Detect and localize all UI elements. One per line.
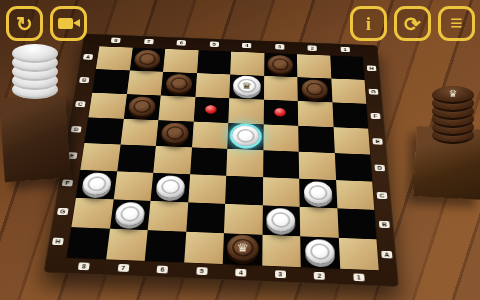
- square-C7[interactable]: [123, 94, 160, 120]
- rank-label: C: [377, 192, 388, 199]
- white-piece[interactable]: [155, 175, 185, 198]
- square-H8[interactable]: [67, 227, 110, 259]
- captured-white-disc: [12, 44, 58, 63]
- white-piece[interactable]: [304, 181, 333, 204]
- dark-piece[interactable]: [268, 55, 293, 74]
- square-F2[interactable]: [299, 179, 337, 209]
- square-C5[interactable]: [193, 97, 229, 123]
- captured-dark-stack: ♛: [432, 86, 474, 144]
- move-target-dot[interactable]: [275, 108, 286, 117]
- rank-label: H: [367, 65, 377, 71]
- crown-icon: ♛: [233, 75, 261, 96]
- dark-piece[interactable]: [165, 74, 192, 94]
- square-D4[interactable]: [227, 123, 263, 150]
- square-A7[interactable]: [129, 48, 165, 72]
- square-C3[interactable]: [263, 100, 298, 126]
- square-E5[interactable]: [190, 147, 228, 175]
- square-G3[interactable]: [262, 205, 300, 236]
- square-D2[interactable]: [298, 126, 334, 153]
- square-H2[interactable]: [300, 236, 340, 268]
- square-B7[interactable]: [126, 70, 163, 95]
- square-D5[interactable]: [192, 122, 229, 149]
- square-C4[interactable]: [228, 98, 263, 124]
- file-label: 2: [308, 45, 317, 51]
- file-label: 8: [111, 37, 121, 43]
- square-G6[interactable]: [148, 201, 188, 232]
- square-B2[interactable]: [297, 77, 332, 102]
- square-B6[interactable]: [161, 72, 197, 97]
- rank-label: A: [83, 54, 93, 60]
- toolbar-left: ↻: [6, 6, 87, 41]
- square-G8[interactable]: [71, 198, 113, 229]
- move-target-dot[interactable]: [205, 105, 217, 114]
- square-C1[interactable]: [332, 102, 368, 128]
- square-D3[interactable]: [263, 124, 299, 151]
- square-G4[interactable]: [224, 204, 262, 235]
- captured-dark-disc: ♛: [432, 86, 474, 104]
- white-captured-stand: [0, 94, 71, 182]
- file-label: 6: [157, 266, 169, 274]
- rank-label: B: [79, 77, 89, 83]
- board-wrapper: 87654321 87654321 ABCDEFGH HGFEDCBA ♛♛: [43, 0, 413, 287]
- selected-white-piece[interactable]: [232, 125, 259, 146]
- restart-icon: ↻: [16, 14, 33, 34]
- rank-label: F: [62, 179, 73, 186]
- square-H5[interactable]: [184, 232, 224, 264]
- square-E8[interactable]: [80, 143, 120, 171]
- square-G1[interactable]: [337, 208, 377, 239]
- rank-label: B: [379, 220, 390, 227]
- rank-label: D: [374, 164, 385, 171]
- square-A2[interactable]: [297, 54, 331, 78]
- game-scene: ↻ i⟳≡ ♛ 87654321 87654321 ABCDEFGH HGFED…: [0, 0, 480, 300]
- file-label: 5: [196, 267, 207, 275]
- white-king[interactable]: ♛: [233, 75, 261, 96]
- file-label: 7: [117, 264, 129, 272]
- square-F1[interactable]: [336, 180, 375, 210]
- captured-white-stack: [12, 44, 58, 99]
- dark-king[interactable]: ♛: [227, 234, 259, 261]
- file-label: 4: [242, 43, 251, 49]
- file-label: 3: [275, 270, 286, 278]
- square-C6[interactable]: [158, 95, 195, 121]
- file-label: 3: [275, 44, 284, 50]
- square-F8[interactable]: [76, 170, 117, 199]
- square-G2[interactable]: [300, 207, 339, 238]
- square-B5[interactable]: [195, 73, 230, 98]
- dark-piece[interactable]: [301, 79, 327, 99]
- square-A6[interactable]: [163, 49, 198, 73]
- board-grid: ♛♛: [66, 46, 380, 271]
- square-B8[interactable]: [92, 69, 129, 94]
- rank-label: H: [52, 237, 64, 245]
- square-B3[interactable]: [264, 76, 298, 101]
- dark-piece[interactable]: [128, 96, 156, 117]
- square-A3[interactable]: [264, 53, 298, 77]
- square-A4[interactable]: [230, 52, 264, 76]
- square-B4[interactable]: ♛: [229, 74, 264, 99]
- refresh-icon: ⟳: [404, 14, 421, 34]
- square-G5[interactable]: [186, 202, 225, 233]
- square-H4[interactable]: ♛: [223, 233, 262, 265]
- rank-label: G: [369, 88, 379, 94]
- dark-piece[interactable]: [134, 50, 161, 69]
- square-F7[interactable]: [113, 171, 153, 201]
- menu-button[interactable]: ≡: [438, 6, 475, 41]
- file-label: 7: [144, 39, 154, 45]
- white-piece[interactable]: [267, 208, 296, 232]
- restart-button[interactable]: ↻: [6, 6, 43, 41]
- square-G7[interactable]: [110, 199, 151, 230]
- square-H6[interactable]: [145, 230, 186, 262]
- square-E4[interactable]: [226, 149, 263, 177]
- square-E6[interactable]: [153, 146, 191, 174]
- square-F5[interactable]: [188, 174, 226, 204]
- square-F6[interactable]: [151, 173, 190, 203]
- square-D7[interactable]: [120, 119, 158, 146]
- info-button[interactable]: i: [350, 6, 387, 41]
- file-label: 8: [78, 262, 90, 270]
- square-C8[interactable]: [88, 93, 126, 119]
- toolbar-right: i⟳≡: [350, 6, 475, 41]
- square-F4[interactable]: [225, 176, 263, 206]
- camera-button[interactable]: [50, 6, 87, 41]
- camera-icon: [58, 18, 73, 29]
- square-E7[interactable]: [117, 145, 156, 173]
- white-piece[interactable]: [305, 239, 335, 264]
- file-label: 5: [209, 41, 218, 47]
- square-E2[interactable]: [299, 152, 336, 180]
- square-F3[interactable]: [262, 177, 299, 207]
- file-label: 6: [177, 40, 187, 46]
- rank-label: F: [370, 113, 380, 119]
- square-D8[interactable]: [84, 117, 123, 144]
- square-H3[interactable]: [262, 235, 301, 267]
- crown-icon: ♛: [227, 234, 259, 261]
- refresh-button[interactable]: ⟳: [394, 6, 431, 41]
- rank-label: A: [381, 250, 392, 258]
- square-A1[interactable]: [330, 56, 365, 80]
- rank-label: C: [75, 101, 86, 107]
- menu-icon: ≡: [450, 12, 462, 33]
- square-E1[interactable]: [334, 153, 372, 181]
- rank-label: G: [57, 207, 69, 214]
- file-label: 1: [340, 47, 349, 53]
- file-label: 1: [353, 273, 364, 281]
- square-H7[interactable]: [106, 229, 148, 261]
- square-D1[interactable]: [333, 127, 370, 154]
- file-label: 4: [235, 269, 246, 277]
- file-label: 2: [314, 272, 325, 280]
- square-D6[interactable]: [156, 120, 193, 147]
- dark-piece[interactable]: [160, 122, 188, 143]
- rank-label: D: [71, 126, 82, 132]
- square-A5[interactable]: [197, 50, 231, 74]
- white-piece[interactable]: [81, 172, 112, 195]
- white-piece[interactable]: [115, 202, 146, 226]
- crown-icon: ♛: [432, 86, 474, 102]
- square-H1[interactable]: [338, 238, 378, 270]
- info-icon: i: [366, 14, 371, 33]
- board-frame: 87654321 87654321 ABCDEFGH HGFEDCBA ♛♛: [43, 33, 399, 287]
- rank-label: E: [372, 138, 382, 145]
- square-A8[interactable]: [96, 46, 132, 70]
- square-E3[interactable]: [263, 150, 299, 178]
- square-B1[interactable]: [331, 79, 366, 104]
- square-C2[interactable]: [298, 101, 333, 127]
